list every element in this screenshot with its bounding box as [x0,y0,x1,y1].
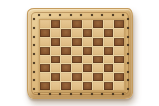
square-g7[interactable] [104,29,114,37]
inlay-dot-bottom-3 [70,93,72,95]
inlay-dot-right-3 [127,44,129,46]
inlay-dot-top-3 [70,14,72,16]
inlay-dot-right-7 [127,79,129,81]
square-d5[interactable] [72,47,82,55]
square-b4[interactable] [51,56,61,64]
square-c5[interactable] [61,47,71,55]
square-h1[interactable] [114,82,124,90]
inlay-dot-left-4 [33,53,35,55]
square-h5[interactable] [114,47,124,55]
square-b5[interactable] [51,47,61,55]
square-b3[interactable] [51,64,61,72]
inlay-dot-right-8 [127,88,129,90]
square-c6[interactable] [61,38,71,46]
inlay-dot-left-6 [33,71,35,73]
inlay-dot-left-3 [33,44,35,46]
square-h3[interactable] [114,64,124,72]
inlay-dot-bottom-5 [91,93,93,95]
square-b2[interactable] [51,73,61,81]
square-e2[interactable] [83,73,93,81]
square-a4[interactable] [40,56,50,64]
inlay-dot-left-1 [33,27,35,29]
square-h2[interactable] [114,73,124,81]
inlay-dot-right-2 [127,36,129,38]
square-e4[interactable] [83,56,93,64]
square-d4[interactable] [72,56,82,64]
square-d6[interactable] [72,38,82,46]
inlay-dot-top-6 [101,14,103,16]
square-f8[interactable] [93,20,103,28]
square-a3[interactable] [40,64,50,72]
square-g6[interactable] [104,38,114,46]
square-d3[interactable] [72,64,82,72]
square-g2[interactable] [104,73,114,81]
inlay-dot-right-6 [127,71,129,73]
square-b7[interactable] [51,29,61,37]
square-c3[interactable] [61,64,71,72]
inlay-dot-top-8 [122,14,124,16]
inlay-dot-top-2 [59,14,61,16]
square-f6[interactable] [93,38,103,46]
inlay-dot-bottom-6 [101,93,103,95]
square-b8[interactable] [51,20,61,28]
square-f1[interactable] [93,82,103,90]
square-g4[interactable] [104,56,114,64]
carved-groove-bottom-line [34,92,126,93]
inlay-dot-top-0 [38,14,40,16]
square-a6[interactable] [40,38,50,46]
inlay-dot-left-7 [33,79,35,81]
square-c7[interactable] [61,29,71,37]
inlay-dot-top-1 [49,14,51,16]
square-g5[interactable] [104,47,114,55]
square-f7[interactable] [93,29,103,37]
square-d1[interactable] [72,82,82,90]
square-d7[interactable] [72,29,82,37]
chess-board [27,8,133,99]
square-h8[interactable] [114,20,124,28]
square-e5[interactable] [83,47,93,55]
inlay-dot-right-4 [127,53,129,55]
square-a1[interactable] [40,82,50,90]
inlay-dot-top-7 [112,14,114,16]
inlay-dot-right-5 [127,62,129,64]
inlay-dot-bottom-4 [80,93,82,95]
square-b6[interactable] [51,38,61,46]
square-h6[interactable] [114,38,124,46]
square-e8[interactable] [83,20,93,28]
square-f2[interactable] [93,73,103,81]
square-f4[interactable] [93,56,103,64]
square-h4[interactable] [114,56,124,64]
inlay-dot-left-0 [33,18,35,20]
inlay-dot-right-0 [127,18,129,20]
inlay-dot-top-4 [80,14,82,16]
inlay-dot-left-5 [33,62,35,64]
square-e7[interactable] [83,29,93,37]
square-g1[interactable] [104,82,114,90]
inlay-dot-right-1 [127,27,129,29]
inlay-dot-left-8 [33,88,35,90]
square-e6[interactable] [83,38,93,46]
square-e3[interactable] [83,64,93,72]
board-squares-grid [39,19,125,91]
square-b1[interactable] [51,82,61,90]
inlay-dot-left-2 [33,36,35,38]
square-f3[interactable] [93,64,103,72]
inlay-dot-bottom-2 [59,93,61,95]
square-c1[interactable] [61,82,71,90]
square-a5[interactable] [40,47,50,55]
square-g3[interactable] [104,64,114,72]
square-c4[interactable] [61,56,71,64]
square-d2[interactable] [72,73,82,81]
square-h7[interactable] [114,29,124,37]
square-a8[interactable] [40,20,50,28]
photo-background [0,0,159,106]
square-e1[interactable] [83,82,93,90]
square-g8[interactable] [104,20,114,28]
inlay-dot-bottom-8 [122,93,124,95]
inlay-dot-bottom-7 [112,93,114,95]
square-a2[interactable] [40,73,50,81]
inlay-dot-top-5 [91,14,93,16]
square-f5[interactable] [93,47,103,55]
square-c8[interactable] [61,20,71,28]
square-c2[interactable] [61,73,71,81]
square-a7[interactable] [40,29,50,37]
inlay-dot-bottom-0 [38,93,40,95]
square-d8[interactable] [72,20,82,28]
inlay-dot-bottom-1 [49,93,51,95]
